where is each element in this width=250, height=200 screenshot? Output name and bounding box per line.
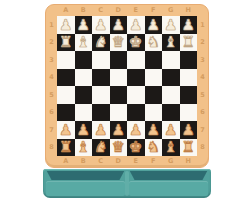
piece-cream-knight-c2: ♞ [94,35,107,50]
file-label: A [57,5,75,16]
square-b8[interactable]: ♝ [75,139,93,157]
file-label: D [110,5,128,16]
squares: ♟♟♟♟♟♟♟♟♜♝♞♛♚♞♝♜♟♟♟♟♟♟♟♟♜♝♞♛♚♞♝♜ [57,16,197,156]
square-a5[interactable] [57,86,75,104]
rank-label: 6 [197,104,208,122]
piece-tan-knight-f8: ♞ [147,140,160,155]
rank-labels-left: 12345678 [46,16,57,156]
square-g1[interactable]: ♟ [162,16,180,34]
storage-base [43,169,211,198]
drawer-right[interactable] [129,171,208,196]
square-g5[interactable] [162,86,180,104]
piece-tan-pawn-g7: ♟ [164,123,177,138]
square-a4[interactable] [57,69,75,87]
square-c6[interactable] [92,104,110,122]
piece-tan-bishop-g8: ♝ [164,140,177,155]
piece-tan-pawn-b7: ♟ [77,123,90,138]
square-h1[interactable]: ♟ [180,16,198,34]
piece-tan-rook-h8: ♜ [182,140,195,155]
piece-cream-king-e2: ♚ [129,35,142,50]
drawer-left-recess [46,171,125,180]
square-d5[interactable] [110,86,128,104]
rank-label: 5 [197,86,208,104]
piece-cream-pawn-f1: ♟ [147,18,160,33]
square-c7[interactable]: ♟ [92,121,110,139]
rank-label: 4 [197,69,208,87]
square-c5[interactable] [92,86,110,104]
piece-cream-pawn-a1: ♟ [59,18,72,33]
square-b2[interactable]: ♝ [75,34,93,52]
file-label: H [180,5,198,16]
square-c2[interactable]: ♞ [92,34,110,52]
square-h8[interactable]: ♜ [180,139,198,157]
square-c4[interactable] [92,69,110,87]
square-e1[interactable]: ♟ [127,16,145,34]
square-e4[interactable] [127,69,145,87]
square-a6[interactable] [57,104,75,122]
piece-tan-pawn-a7: ♟ [59,123,72,138]
rank-label: 1 [46,16,57,34]
file-label: F [145,156,163,167]
file-label: G [162,5,180,16]
square-g3[interactable] [162,51,180,69]
square-h4[interactable] [180,69,198,87]
square-g4[interactable] [162,69,180,87]
piece-tan-queen-d8: ♛ [112,140,125,155]
square-e5[interactable] [127,86,145,104]
file-label: F [145,5,163,16]
square-f1[interactable]: ♟ [145,16,163,34]
rank-label: 2 [46,34,57,52]
piece-cream-pawn-d1: ♟ [112,18,125,33]
square-d7[interactable]: ♟ [110,121,128,139]
square-g8[interactable]: ♝ [162,139,180,157]
square-f7[interactable]: ♟ [145,121,163,139]
piece-cream-pawn-b1: ♟ [77,18,90,33]
square-d8[interactable]: ♛ [110,139,128,157]
square-f8[interactable]: ♞ [145,139,163,157]
square-e6[interactable] [127,104,145,122]
file-labels-top: ABCDEFGH [57,5,197,16]
piece-cream-pawn-h1: ♟ [182,18,195,33]
square-d1[interactable]: ♟ [110,16,128,34]
square-h6[interactable] [180,104,198,122]
file-label: D [110,156,128,167]
piece-tan-pawn-h7: ♟ [182,123,195,138]
piece-cream-pawn-g1: ♟ [164,18,177,33]
piece-tan-pawn-d7: ♟ [112,123,125,138]
square-a8[interactable]: ♜ [57,139,75,157]
square-b3[interactable] [75,51,93,69]
file-label: B [75,5,93,16]
drawer-right-recess [129,171,208,180]
file-label: E [127,156,145,167]
file-label: C [92,5,110,16]
piece-tan-rook-a8: ♜ [59,140,72,155]
file-label: C [92,156,110,167]
square-e7[interactable]: ♟ [127,121,145,139]
piece-cream-bishop-b2: ♝ [77,35,90,50]
piece-tan-knight-c8: ♞ [94,140,107,155]
square-d2[interactable]: ♛ [110,34,128,52]
piece-tan-king-e8: ♚ [129,140,142,155]
piece-tan-bishop-b8: ♝ [77,140,90,155]
piece-tan-pawn-f7: ♟ [147,123,160,138]
rank-label: 6 [46,104,57,122]
square-a3[interactable] [57,51,75,69]
drawer-left-front [46,181,125,196]
square-a7[interactable]: ♟ [57,121,75,139]
rank-labels-right: 12345678 [197,16,208,156]
rank-label: 3 [197,51,208,69]
square-f6[interactable] [145,104,163,122]
rank-label: 3 [46,51,57,69]
square-d3[interactable] [110,51,128,69]
piece-cream-bishop-g2: ♝ [164,35,177,50]
rank-label: 4 [46,69,57,87]
square-e3[interactable] [127,51,145,69]
rank-label: 5 [46,86,57,104]
square-d6[interactable] [110,104,128,122]
drawer-left[interactable] [46,171,125,196]
square-f2[interactable]: ♞ [145,34,163,52]
piece-cream-knight-f2: ♞ [147,35,160,50]
piece-tan-pawn-e7: ♟ [129,123,142,138]
piece-cream-pawn-e1: ♟ [129,18,142,33]
square-b6[interactable] [75,104,93,122]
square-g7[interactable]: ♟ [162,121,180,139]
rank-label: 1 [197,16,208,34]
chess-board: ABCDEFGH ABCDEFGH 12345678 12345678 ♟♟♟♟… [45,4,209,168]
square-h3[interactable] [180,51,198,69]
drawer-right-front [129,181,208,196]
file-label: B [75,156,93,167]
drawer-divider [125,171,129,196]
piece-cream-queen-d2: ♛ [112,35,125,50]
square-b1[interactable]: ♟ [75,16,93,34]
rank-label: 2 [197,34,208,52]
square-b5[interactable] [75,86,93,104]
square-e8[interactable]: ♚ [127,139,145,157]
square-f3[interactable] [145,51,163,69]
piece-tan-pawn-c7: ♟ [94,123,107,138]
square-f4[interactable] [145,69,163,87]
square-h7[interactable]: ♟ [180,121,198,139]
square-e2[interactable]: ♚ [127,34,145,52]
square-h5[interactable] [180,86,198,104]
piece-cream-rook-h2: ♜ [182,35,195,50]
square-g6[interactable] [162,104,180,122]
square-f5[interactable] [145,86,163,104]
square-h2[interactable]: ♜ [180,34,198,52]
square-c1[interactable]: ♟ [92,16,110,34]
rank-label: 7 [197,121,208,139]
square-d4[interactable] [110,69,128,87]
square-c8[interactable]: ♞ [92,139,110,157]
file-label: H [180,156,198,167]
file-label: E [127,5,145,16]
square-a1[interactable]: ♟ [57,16,75,34]
rank-label: 7 [46,121,57,139]
square-b7[interactable]: ♟ [75,121,93,139]
file-label: A [57,156,75,167]
square-c3[interactable] [92,51,110,69]
rank-label: 8 [197,139,208,157]
piece-cream-pawn-c1: ♟ [94,18,107,33]
square-b4[interactable] [75,69,93,87]
square-g2[interactable]: ♝ [162,34,180,52]
piece-cream-rook-a2: ♜ [59,35,72,50]
file-label: G [162,156,180,167]
square-a2[interactable]: ♜ [57,34,75,52]
file-labels-bottom: ABCDEFGH [57,156,197,167]
rank-label: 8 [46,139,57,157]
